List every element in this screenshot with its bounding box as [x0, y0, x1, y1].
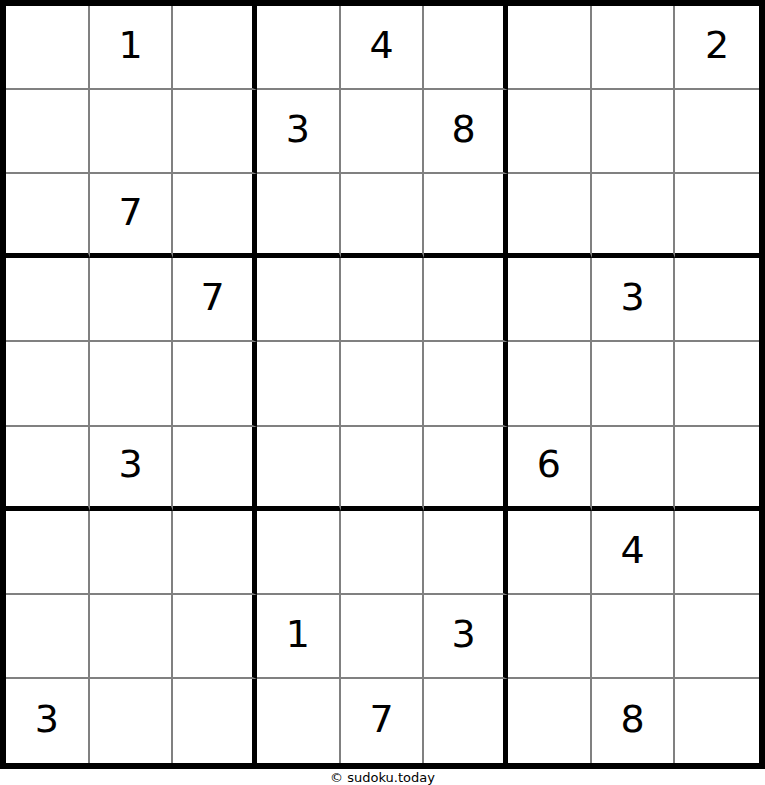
cell-r5c2[interactable] — [90, 342, 174, 426]
cell-r3c7[interactable] — [508, 174, 592, 258]
cell-r2c1[interactable] — [6, 90, 90, 174]
cell-r8c2[interactable] — [90, 595, 174, 679]
cell-r3c4[interactable] — [257, 174, 341, 258]
given-digit: 3 — [286, 110, 310, 148]
cell-r5c6[interactable] — [424, 342, 508, 426]
cell-r1c4[interactable] — [257, 6, 341, 90]
cell-r6c3[interactable] — [173, 427, 257, 511]
cell-r1c3[interactable] — [173, 6, 257, 90]
cell-r7c9[interactable] — [675, 511, 759, 595]
given-digit: 8 — [452, 110, 476, 148]
given-digit: 1 — [286, 615, 310, 653]
cell-r9c6[interactable] — [424, 679, 508, 763]
given-digit: 4 — [620, 531, 644, 569]
cell-r9c7[interactable] — [508, 679, 592, 763]
cell-r6c8[interactable] — [592, 427, 676, 511]
cell-r4c5[interactable] — [341, 258, 425, 342]
cell-r1c5[interactable]: 4 — [341, 6, 425, 90]
cell-r7c2[interactable] — [90, 511, 174, 595]
cell-r8c8[interactable] — [592, 595, 676, 679]
given-digit: 3 — [35, 700, 59, 738]
cell-r7c5[interactable] — [341, 511, 425, 595]
cell-r5c1[interactable] — [6, 342, 90, 426]
cell-r4c2[interactable] — [90, 258, 174, 342]
given-digit: 1 — [118, 26, 142, 64]
page: 1423877336413378 © sudoku.today — [0, 0, 765, 785]
cell-r9c1[interactable]: 3 — [6, 679, 90, 763]
given-digit: 8 — [620, 700, 644, 738]
cell-r2c7[interactable] — [508, 90, 592, 174]
cell-r3c5[interactable] — [341, 174, 425, 258]
cell-r6c5[interactable] — [341, 427, 425, 511]
cell-r4c6[interactable] — [424, 258, 508, 342]
sudoku-board: 1423877336413378 — [0, 0, 765, 769]
cell-r9c3[interactable] — [173, 679, 257, 763]
cell-r1c1[interactable] — [6, 6, 90, 90]
cell-r8c6[interactable]: 3 — [424, 595, 508, 679]
cell-r6c1[interactable] — [6, 427, 90, 511]
given-digit: 4 — [369, 26, 393, 64]
cell-r2c5[interactable] — [341, 90, 425, 174]
given-digit: 3 — [118, 445, 142, 483]
cell-r7c6[interactable] — [424, 511, 508, 595]
cell-r2c2[interactable] — [90, 90, 174, 174]
cell-r9c8[interactable]: 8 — [592, 679, 676, 763]
cell-r9c2[interactable] — [90, 679, 174, 763]
cell-r9c9[interactable] — [675, 679, 759, 763]
cell-r3c2[interactable]: 7 — [90, 174, 174, 258]
cell-r6c6[interactable] — [424, 427, 508, 511]
cell-r4c8[interactable]: 3 — [592, 258, 676, 342]
cell-r2c8[interactable] — [592, 90, 676, 174]
cell-r1c2[interactable]: 1 — [90, 6, 174, 90]
cell-r1c7[interactable] — [508, 6, 592, 90]
given-digit: 2 — [705, 26, 729, 64]
cell-r6c2[interactable]: 3 — [90, 427, 174, 511]
cell-r8c3[interactable] — [173, 595, 257, 679]
cell-r5c3[interactable] — [173, 342, 257, 426]
cell-r5c5[interactable] — [341, 342, 425, 426]
cell-r2c6[interactable]: 8 — [424, 90, 508, 174]
cell-r2c9[interactable] — [675, 90, 759, 174]
cell-r8c1[interactable] — [6, 595, 90, 679]
given-digit: 7 — [118, 193, 142, 231]
cell-r5c9[interactable] — [675, 342, 759, 426]
cell-r1c8[interactable] — [592, 6, 676, 90]
cell-r4c1[interactable] — [6, 258, 90, 342]
cell-r9c5[interactable]: 7 — [341, 679, 425, 763]
cell-r3c9[interactable] — [675, 174, 759, 258]
given-digit: 7 — [369, 700, 393, 738]
given-digit: 7 — [201, 278, 225, 316]
cell-r3c1[interactable] — [6, 174, 90, 258]
cell-r3c6[interactable] — [424, 174, 508, 258]
cell-r5c4[interactable] — [257, 342, 341, 426]
cell-r4c3[interactable]: 7 — [173, 258, 257, 342]
cell-r4c7[interactable] — [508, 258, 592, 342]
site-credit: © sudoku.today — [330, 770, 435, 785]
cell-r7c3[interactable] — [173, 511, 257, 595]
cell-r6c4[interactable] — [257, 427, 341, 511]
cell-r3c8[interactable] — [592, 174, 676, 258]
cell-r6c7[interactable]: 6 — [508, 427, 592, 511]
cell-r4c4[interactable] — [257, 258, 341, 342]
cell-r8c7[interactable] — [508, 595, 592, 679]
cell-r3c3[interactable] — [173, 174, 257, 258]
cell-r8c4[interactable]: 1 — [257, 595, 341, 679]
cell-r6c9[interactable] — [675, 427, 759, 511]
cell-r1c9[interactable]: 2 — [675, 6, 759, 90]
given-digit: 3 — [452, 615, 476, 653]
cell-r5c7[interactable] — [508, 342, 592, 426]
cell-r7c7[interactable] — [508, 511, 592, 595]
cell-r1c6[interactable] — [424, 6, 508, 90]
given-digit: 6 — [537, 445, 561, 483]
cell-r7c1[interactable] — [6, 511, 90, 595]
given-digit: 3 — [620, 278, 644, 316]
cell-r8c5[interactable] — [341, 595, 425, 679]
cell-r9c4[interactable] — [257, 679, 341, 763]
cell-r5c8[interactable] — [592, 342, 676, 426]
cell-r8c9[interactable] — [675, 595, 759, 679]
cell-r2c3[interactable] — [173, 90, 257, 174]
cell-r2c4[interactable]: 3 — [257, 90, 341, 174]
cell-r7c8[interactable]: 4 — [592, 511, 676, 595]
footer: © sudoku.today — [0, 769, 765, 785]
cell-r4c9[interactable] — [675, 258, 759, 342]
cell-r7c4[interactable] — [257, 511, 341, 595]
